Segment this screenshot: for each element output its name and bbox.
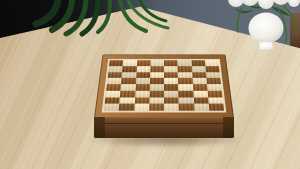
- vase-body: [249, 13, 284, 51]
- board-inner-border: [102, 59, 227, 113]
- chessboard[interactable]: [94, 55, 234, 118]
- board-grid: [104, 60, 224, 110]
- square-r8c1[interactable]: [104, 104, 120, 111]
- square-r7c6[interactable]: [179, 97, 194, 104]
- flower-vase: [226, 0, 300, 54]
- square-r8c4[interactable]: [149, 104, 164, 111]
- square-r8c6[interactable]: [179, 104, 194, 111]
- box-lid-seam: [105, 123, 223, 124]
- square-r7c2[interactable]: [120, 97, 135, 104]
- square-r7c7[interactable]: [193, 97, 208, 104]
- chessboard-box-front: [94, 117, 234, 138]
- square-r7c1[interactable]: [105, 97, 120, 104]
- flower-blossoms: [228, 0, 300, 9]
- square-r7c5[interactable]: [164, 97, 179, 104]
- square-r8c3[interactable]: [134, 104, 149, 111]
- houseplant-icon: [28, 0, 173, 44]
- square-r7c3[interactable]: [134, 97, 149, 104]
- square-r7c8[interactable]: [208, 97, 223, 104]
- square-r8c5[interactable]: [164, 104, 179, 111]
- square-r7c4[interactable]: [149, 97, 164, 104]
- square-r8c2[interactable]: [119, 104, 134, 111]
- square-r8c7[interactable]: [194, 104, 209, 111]
- scene-photo: [0, 0, 300, 169]
- square-r8c8[interactable]: [208, 104, 224, 111]
